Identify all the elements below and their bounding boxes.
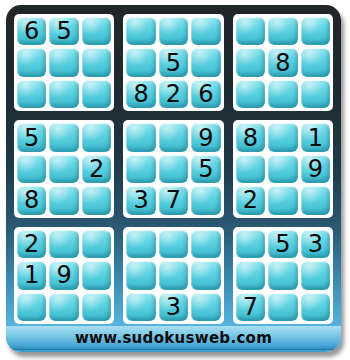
sudoku-cell-r5c7[interactable] [236, 155, 265, 183]
sudoku-cell-r2c3[interactable] [82, 48, 111, 76]
sudoku-cell-r2c1[interactable] [17, 48, 46, 76]
sudoku-cell-r6c6[interactable] [191, 186, 220, 214]
sudoku-cell-r6c8[interactable] [268, 186, 297, 214]
sudoku-cell-r9c5[interactable]: 3 [159, 293, 188, 321]
sudoku-cell-r7c4[interactable] [126, 230, 155, 258]
sudoku-cell-r3c8[interactable] [268, 80, 297, 108]
sudoku-cell-r9c1[interactable] [17, 293, 46, 321]
sudoku-cell-r9c7[interactable]: 7 [236, 293, 265, 321]
sudoku-cell-r2c2[interactable] [49, 48, 78, 76]
sudoku-cell-r6c4[interactable]: 3 [126, 186, 155, 214]
sudoku-cell-r7c3[interactable] [82, 230, 111, 258]
sudoku-cell-r8c1[interactable]: 1 [17, 261, 46, 289]
sudoku-cell-r1c7[interactable] [236, 17, 265, 45]
sudoku-box-9: 537 [233, 227, 333, 324]
sudoku-cell-r7c9[interactable]: 3 [301, 230, 330, 258]
sudoku-cell-r6c5[interactable]: 7 [159, 186, 188, 214]
sudoku-cell-r2c9[interactable] [301, 48, 330, 76]
sudoku-cell-r4c6[interactable]: 9 [191, 123, 220, 151]
sudoku-cell-r2c4[interactable] [126, 48, 155, 76]
sudoku-cell-r5c2[interactable] [49, 155, 78, 183]
sudoku-box-5: 9537 [123, 120, 223, 217]
sudoku-cell-r9c8[interactable] [268, 293, 297, 321]
sudoku-box-6: 8192 [233, 120, 333, 217]
sudoku-cell-r2c7[interactable] [236, 48, 265, 76]
sudoku-cell-r3c4[interactable]: 8 [126, 80, 155, 108]
sudoku-cell-r1c9[interactable] [301, 17, 330, 45]
sudoku-cell-r6c2[interactable] [49, 186, 78, 214]
sudoku-cell-r7c8[interactable]: 5 [268, 230, 297, 258]
sudoku-cell-r1c1[interactable]: 6 [17, 17, 46, 45]
sudoku-cell-r8c4[interactable] [126, 261, 155, 289]
sudoku-cell-r5c6[interactable]: 5 [191, 155, 220, 183]
sudoku-cell-r8c9[interactable] [301, 261, 330, 289]
sudoku-cell-r7c1[interactable]: 2 [17, 230, 46, 258]
sudoku-cell-r5c1[interactable] [17, 155, 46, 183]
sudoku-cell-r1c5[interactable] [159, 17, 188, 45]
sudoku-cell-r3c9[interactable] [301, 80, 330, 108]
sudoku-cell-r2c6[interactable] [191, 48, 220, 76]
sudoku-cell-r2c5[interactable]: 5 [159, 48, 188, 76]
sudoku-cell-r6c9[interactable] [301, 186, 330, 214]
sudoku-box-3: 8 [233, 14, 333, 111]
sudoku-cell-r4c1[interactable]: 5 [17, 123, 46, 151]
sudoku-cell-r9c6[interactable] [191, 293, 220, 321]
sudoku-cell-r6c1[interactable]: 8 [17, 186, 46, 214]
sudoku-box-7: 219 [14, 227, 114, 324]
website-link[interactable]: www.sudokusweb.com [75, 329, 272, 347]
sudoku-cell-r5c4[interactable] [126, 155, 155, 183]
sudoku-cell-r4c3[interactable] [82, 123, 111, 151]
sudoku-cell-r3c7[interactable] [236, 80, 265, 108]
sudoku-cell-r1c2[interactable]: 5 [49, 17, 78, 45]
sudoku-cell-r8c8[interactable] [268, 261, 297, 289]
sudoku-cell-r8c5[interactable] [159, 261, 188, 289]
sudoku-cell-r3c6[interactable]: 6 [191, 80, 220, 108]
sudoku-box-2: 5826 [123, 14, 223, 111]
sudoku-cell-r4c8[interactable] [268, 123, 297, 151]
sudoku-cell-r9c3[interactable] [82, 293, 111, 321]
sudoku-cell-r1c3[interactable] [82, 17, 111, 45]
sudoku-cell-r4c4[interactable] [126, 123, 155, 151]
sudoku-cell-r3c5[interactable]: 2 [159, 80, 188, 108]
sudoku-cell-r7c5[interactable] [159, 230, 188, 258]
sudoku-cell-r1c8[interactable] [268, 17, 297, 45]
page: 6558268528953781922193537 www.sudokusweb… [0, 0, 350, 360]
sudoku-cell-r8c6[interactable] [191, 261, 220, 289]
sudoku-cell-r9c2[interactable] [49, 293, 78, 321]
sudoku-cell-r4c2[interactable] [49, 123, 78, 151]
sudoku-cell-r5c9[interactable]: 9 [301, 155, 330, 183]
sudoku-cell-r1c6[interactable] [191, 17, 220, 45]
sudoku-box-4: 528 [14, 120, 114, 217]
sudoku-cell-r6c3[interactable] [82, 186, 111, 214]
sudoku-cell-r3c3[interactable] [82, 80, 111, 108]
sudoku-cell-r7c6[interactable] [191, 230, 220, 258]
sudoku-cell-r8c2[interactable]: 9 [49, 261, 78, 289]
sudoku-cell-r9c4[interactable] [126, 293, 155, 321]
sudoku-cell-r4c9[interactable]: 1 [301, 123, 330, 151]
sudoku-cell-r5c8[interactable] [268, 155, 297, 183]
sudoku-cell-r1c4[interactable] [126, 17, 155, 45]
sudoku-grid: 6558268528953781922193537 [14, 14, 333, 324]
sudoku-cell-r6c7[interactable]: 2 [236, 186, 265, 214]
sudoku-cell-r3c2[interactable] [49, 80, 78, 108]
sudoku-board-frame: 6558268528953781922193537 www.sudokusweb… [6, 5, 341, 352]
sudoku-cell-r4c5[interactable] [159, 123, 188, 151]
sudoku-cell-r5c3[interactable]: 2 [82, 155, 111, 183]
footer-bar: www.sudokusweb.com [6, 326, 341, 350]
sudoku-cell-r8c7[interactable] [236, 261, 265, 289]
sudoku-cell-r9c9[interactable] [301, 293, 330, 321]
sudoku-cell-r7c2[interactable] [49, 230, 78, 258]
sudoku-cell-r4c7[interactable]: 8 [236, 123, 265, 151]
sudoku-box-1: 65 [14, 14, 114, 111]
sudoku-cell-r7c7[interactable] [236, 230, 265, 258]
sudoku-cell-r3c1[interactable] [17, 80, 46, 108]
sudoku-cell-r2c8[interactable]: 8 [268, 48, 297, 76]
sudoku-box-8: 3 [123, 227, 223, 324]
sudoku-cell-r8c3[interactable] [82, 261, 111, 289]
sudoku-cell-r5c5[interactable] [159, 155, 188, 183]
